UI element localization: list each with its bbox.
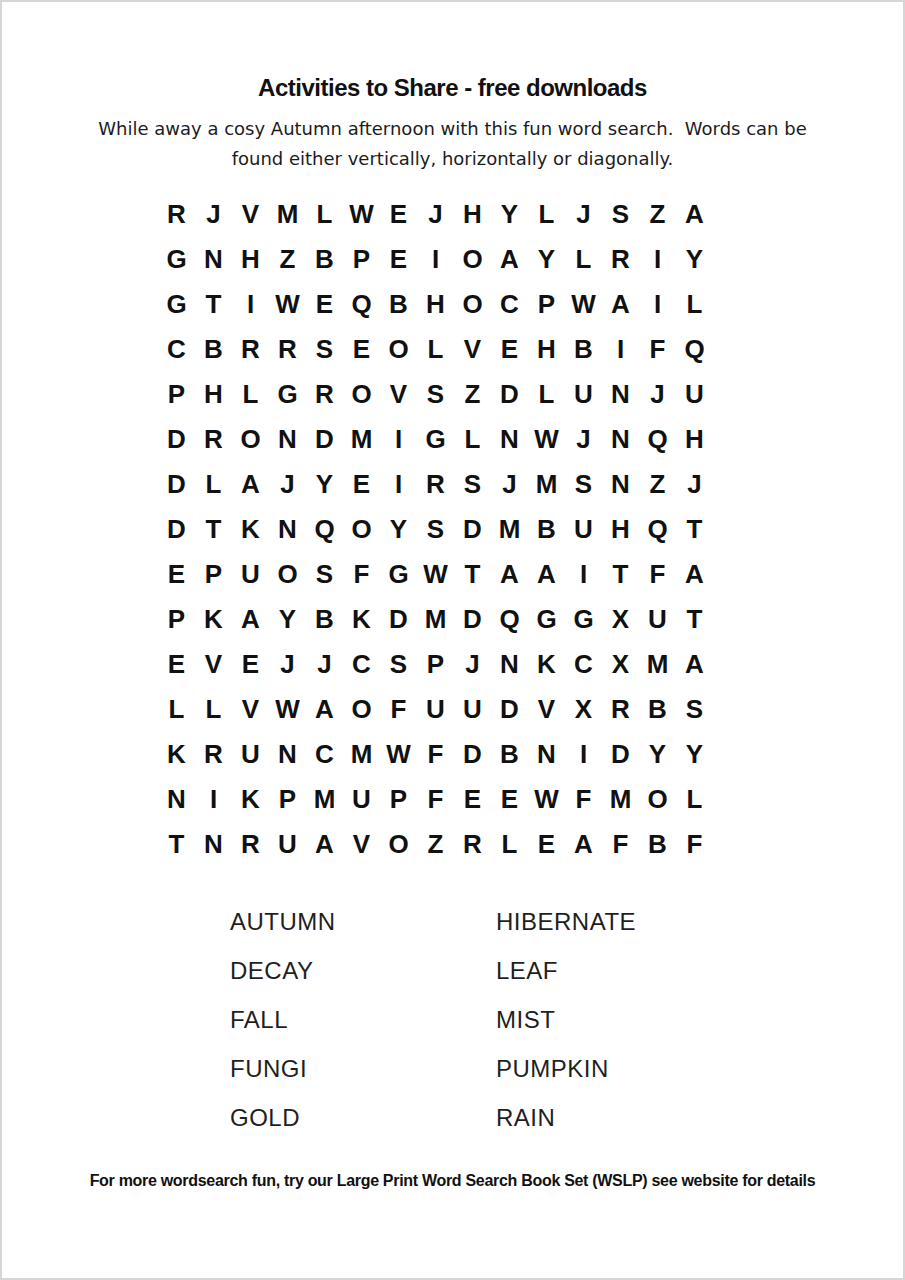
word-list-item: FUNGI [230, 1044, 496, 1093]
grid-cell-r9c12: I [565, 552, 602, 597]
grid-cell-r7c2: L [195, 462, 232, 507]
grid-cell-r5c13: N [602, 372, 639, 417]
word-list: AUTUMN DECAY FALL FUNGI GOLD HIBERNATE L… [2, 897, 903, 1142]
grid-cell-r3c15: L [676, 282, 713, 327]
grid-cell-r1c5: L [306, 192, 343, 237]
grid-cell-r9c7: G [380, 552, 417, 597]
grid-cell-r10c6: K [343, 597, 380, 642]
grid-cell-r15c15: F [676, 822, 713, 867]
grid-cell-r1c12: J [565, 192, 602, 237]
grid-cell-r11c5: J [306, 642, 343, 687]
grid-cell-r12c1: L [158, 687, 195, 732]
grid-cell-r6c11: W [528, 417, 565, 462]
grid-cell-r9c5: S [306, 552, 343, 597]
grid-cell-r15c13: F [602, 822, 639, 867]
grid-cell-r14c11: W [528, 777, 565, 822]
word-list-column-left: AUTUMN DECAY FALL FUNGI GOLD [230, 897, 496, 1142]
grid-cell-r6c13: N [602, 417, 639, 462]
grid-cell-r4c14: F [639, 327, 676, 372]
grid-cell-r5c15: U [676, 372, 713, 417]
grid-cell-r14c6: U [343, 777, 380, 822]
grid-cell-r13c13: D [602, 732, 639, 777]
grid-cell-r13c9: D [454, 732, 491, 777]
grid-cell-r7c6: E [343, 462, 380, 507]
grid-cell-r15c11: E [528, 822, 565, 867]
grid-cell-r8c1: D [158, 507, 195, 552]
grid-cell-r12c7: F [380, 687, 417, 732]
grid-cell-r13c1: K [158, 732, 195, 777]
grid-cell-r9c14: F [639, 552, 676, 597]
grid-cell-r7c15: J [676, 462, 713, 507]
grid-cell-r13c14: Y [639, 732, 676, 777]
grid-cell-r11c15: A [676, 642, 713, 687]
grid-cell-r11c6: C [343, 642, 380, 687]
grid-cell-r14c2: I [195, 777, 232, 822]
grid-cell-r15c5: A [306, 822, 343, 867]
page-title: Activities to Share - free downloads [2, 74, 903, 102]
grid-cell-r9c3: U [232, 552, 269, 597]
grid-cell-r5c9: Z [454, 372, 491, 417]
grid-cell-r6c2: R [195, 417, 232, 462]
grid-cell-r1c4: M [269, 192, 306, 237]
grid-cell-r15c8: Z [417, 822, 454, 867]
grid-cell-r6c9: L [454, 417, 491, 462]
grid-cell-r11c8: P [417, 642, 454, 687]
grid-cell-r15c14: B [639, 822, 676, 867]
grid-cell-r6c14: Q [639, 417, 676, 462]
grid-cell-r3c6: Q [343, 282, 380, 327]
grid-cell-r9c9: T [454, 552, 491, 597]
grid-cell-r4c4: R [269, 327, 306, 372]
grid-cell-r1c1: R [158, 192, 195, 237]
grid-cell-r4c3: R [232, 327, 269, 372]
grid-cell-r2c10: A [491, 237, 528, 282]
grid-cell-r2c4: Z [269, 237, 306, 282]
grid-cell-r2c15: Y [676, 237, 713, 282]
grid-cell-r4c9: V [454, 327, 491, 372]
grid-cell-r9c8: W [417, 552, 454, 597]
grid-cell-r7c1: D [158, 462, 195, 507]
grid-cell-r11c11: K [528, 642, 565, 687]
grid-cell-r6c6: M [343, 417, 380, 462]
grid-cell-r9c2: P [195, 552, 232, 597]
grid-cell-r4c15: Q [676, 327, 713, 372]
grid-cell-r6c3: O [232, 417, 269, 462]
grid-cell-r5c1: P [158, 372, 195, 417]
grid-cell-r11c10: N [491, 642, 528, 687]
word-list-item: LEAF [496, 946, 903, 995]
grid-cell-r15c2: N [195, 822, 232, 867]
grid-cell-r14c13: M [602, 777, 639, 822]
grid-cell-r14c4: P [269, 777, 306, 822]
grid-cell-r12c13: R [602, 687, 639, 732]
worksheet-page: Activities to Share - free downloads Whi… [0, 0, 905, 1280]
word-list-item: RAIN [496, 1093, 903, 1142]
grid-cell-r8c4: N [269, 507, 306, 552]
grid-cell-r13c3: U [232, 732, 269, 777]
word-list-column-right: HIBERNATE LEAF MIST PUMPKIN RAIN [496, 897, 903, 1142]
grid-cell-r6c15: H [676, 417, 713, 462]
grid-cell-r3c1: G [158, 282, 195, 327]
grid-cell-r8c7: Y [380, 507, 417, 552]
grid-cell-r4c13: I [602, 327, 639, 372]
grid-cell-r3c13: A [602, 282, 639, 327]
grid-cell-r14c15: L [676, 777, 713, 822]
grid-cell-r10c11: G [528, 597, 565, 642]
grid-cell-r11c3: E [232, 642, 269, 687]
grid-cell-r10c2: K [195, 597, 232, 642]
grid-cell-r2c1: G [158, 237, 195, 282]
grid-cell-r12c3: V [232, 687, 269, 732]
word-list-item: HIBERNATE [496, 897, 903, 946]
grid-cell-r7c8: R [417, 462, 454, 507]
grid-cell-r5c6: O [343, 372, 380, 417]
grid-cell-r9c6: F [343, 552, 380, 597]
grid-cell-r2c11: Y [528, 237, 565, 282]
grid-cell-r5c5: R [306, 372, 343, 417]
grid-cell-r4c2: B [195, 327, 232, 372]
grid-cell-r4c8: L [417, 327, 454, 372]
grid-cell-r5c8: S [417, 372, 454, 417]
grid-cell-r14c10: E [491, 777, 528, 822]
grid-cell-r7c12: S [565, 462, 602, 507]
grid-cell-r15c3: R [232, 822, 269, 867]
grid-cell-r10c7: D [380, 597, 417, 642]
grid-cell-r8c13: H [602, 507, 639, 552]
word-list-item: GOLD [230, 1093, 496, 1142]
grid-cell-r9c10: A [491, 552, 528, 597]
grid-cell-r13c4: N [269, 732, 306, 777]
grid-cell-r6c12: J [565, 417, 602, 462]
grid-cell-r1c8: J [417, 192, 454, 237]
grid-cell-r6c1: D [158, 417, 195, 462]
grid-cell-r12c12: X [565, 687, 602, 732]
grid-cell-r15c4: U [269, 822, 306, 867]
grid-cell-r15c12: A [565, 822, 602, 867]
grid-cell-r8c12: U [565, 507, 602, 552]
grid-cell-r12c11: V [528, 687, 565, 732]
grid-cell-r12c10: D [491, 687, 528, 732]
grid-cell-r5c12: U [565, 372, 602, 417]
grid-cell-r6c10: N [491, 417, 528, 462]
grid-cell-r12c5: A [306, 687, 343, 732]
grid-cell-r3c12: W [565, 282, 602, 327]
grid-cell-r1c3: V [232, 192, 269, 237]
grid-cell-r3c9: O [454, 282, 491, 327]
grid-cell-r10c9: D [454, 597, 491, 642]
grid-cell-r7c13: N [602, 462, 639, 507]
grid-cell-r9c4: O [269, 552, 306, 597]
grid-cell-r5c11: L [528, 372, 565, 417]
grid-cell-r13c6: M [343, 732, 380, 777]
grid-cell-r6c8: G [417, 417, 454, 462]
grid-cell-r7c14: Z [639, 462, 676, 507]
grid-cell-r1c13: S [602, 192, 639, 237]
grid-cell-r7c11: M [528, 462, 565, 507]
grid-cell-r10c14: U [639, 597, 676, 642]
grid-cell-r7c10: J [491, 462, 528, 507]
grid-cell-r12c15: S [676, 687, 713, 732]
grid-cell-r10c1: P [158, 597, 195, 642]
grid-cell-r4c10: E [491, 327, 528, 372]
grid-cell-r14c7: P [380, 777, 417, 822]
grid-cell-r9c15: A [676, 552, 713, 597]
grid-cell-r2c7: E [380, 237, 417, 282]
grid-cell-r8c15: T [676, 507, 713, 552]
grid-cell-r2c2: N [195, 237, 232, 282]
instructions-line-1: While away a cosy Autumn afternoon with … [2, 114, 903, 144]
grid-cell-r8c14: Q [639, 507, 676, 552]
grid-cell-r3c2: T [195, 282, 232, 327]
grid-cell-r14c5: M [306, 777, 343, 822]
grid-cell-r3c8: H [417, 282, 454, 327]
grid-cell-r15c7: O [380, 822, 417, 867]
grid-cell-r2c8: I [417, 237, 454, 282]
grid-cell-r8c5: Q [306, 507, 343, 552]
grid-cell-r5c7: V [380, 372, 417, 417]
grid-cell-r15c9: R [454, 822, 491, 867]
footer-note: For more wordsearch fun, try our Large P… [2, 1172, 903, 1190]
grid-cell-r3c5: E [306, 282, 343, 327]
grid-cell-r10c8: M [417, 597, 454, 642]
grid-cell-r4c7: O [380, 327, 417, 372]
grid-cell-r13c12: I [565, 732, 602, 777]
grid-cell-r6c5: D [306, 417, 343, 462]
grid-cell-r12c2: L [195, 687, 232, 732]
grid-cell-r11c9: J [454, 642, 491, 687]
grid-cell-r13c8: F [417, 732, 454, 777]
grid-cell-r6c4: N [269, 417, 306, 462]
grid-cell-r12c6: O [343, 687, 380, 732]
grid-cell-r5c14: J [639, 372, 676, 417]
grid-cell-r11c1: E [158, 642, 195, 687]
grid-cell-r3c14: I [639, 282, 676, 327]
grid-cell-r12c4: W [269, 687, 306, 732]
instructions: While away a cosy Autumn afternoon with … [2, 114, 903, 174]
grid-cell-r3c7: B [380, 282, 417, 327]
grid-cell-r15c1: T [158, 822, 195, 867]
grid-cell-r13c2: R [195, 732, 232, 777]
word-list-item: DECAY [230, 946, 496, 995]
grid-cell-r14c14: O [639, 777, 676, 822]
grid-cell-r14c3: K [232, 777, 269, 822]
grid-cell-r11c4: J [269, 642, 306, 687]
word-list-item: FALL [230, 995, 496, 1044]
grid-cell-r11c2: V [195, 642, 232, 687]
grid-cell-r1c11: L [528, 192, 565, 237]
grid-cell-r8c11: B [528, 507, 565, 552]
word-list-item: AUTUMN [230, 897, 496, 946]
grid-cell-r10c10: Q [491, 597, 528, 642]
instructions-line-2: found either vertically, horizontally or… [2, 144, 903, 174]
grid-cell-r2c14: I [639, 237, 676, 282]
grid-cell-r9c13: T [602, 552, 639, 597]
grid-cell-r4c1: C [158, 327, 195, 372]
grid-cell-r5c4: G [269, 372, 306, 417]
grid-cell-r2c9: O [454, 237, 491, 282]
grid-cell-r3c11: P [528, 282, 565, 327]
grid-cell-r8c9: D [454, 507, 491, 552]
grid-cell-r1c6: W [343, 192, 380, 237]
grid-cell-r10c15: T [676, 597, 713, 642]
grid-cell-r8c3: K [232, 507, 269, 552]
grid-cell-r4c11: H [528, 327, 565, 372]
grid-cell-r12c8: U [417, 687, 454, 732]
grid-cell-r2c5: B [306, 237, 343, 282]
grid-cell-r1c2: J [195, 192, 232, 237]
grid-cell-r2c12: L [565, 237, 602, 282]
grid-cell-r10c12: G [565, 597, 602, 642]
grid-cell-r9c1: E [158, 552, 195, 597]
grid-cell-r3c3: I [232, 282, 269, 327]
grid-cell-r8c8: S [417, 507, 454, 552]
grid-cell-r7c7: I [380, 462, 417, 507]
word-list-item: MIST [496, 995, 903, 1044]
grid-cell-r1c7: E [380, 192, 417, 237]
grid-cell-r11c7: S [380, 642, 417, 687]
grid-cell-r7c3: A [232, 462, 269, 507]
grid-cell-r11c12: C [565, 642, 602, 687]
grid-cell-r12c14: B [639, 687, 676, 732]
grid-cell-r5c2: H [195, 372, 232, 417]
grid-cell-r8c2: T [195, 507, 232, 552]
grid-cell-r13c11: N [528, 732, 565, 777]
grid-cell-r10c5: B [306, 597, 343, 642]
grid-cell-r10c3: A [232, 597, 269, 642]
grid-cell-r13c5: C [306, 732, 343, 777]
grid-cell-r4c12: B [565, 327, 602, 372]
grid-cell-r1c9: H [454, 192, 491, 237]
grid-cell-r3c4: W [269, 282, 306, 327]
grid-cell-r13c7: W [380, 732, 417, 777]
word-list-item: PUMPKIN [496, 1044, 903, 1093]
grid-cell-r12c9: U [454, 687, 491, 732]
grid-cell-r15c10: L [491, 822, 528, 867]
grid-cell-r2c3: H [232, 237, 269, 282]
grid-cell-r8c10: M [491, 507, 528, 552]
grid-cell-r1c10: Y [491, 192, 528, 237]
grid-cell-r10c13: X [602, 597, 639, 642]
grid-cell-r2c6: P [343, 237, 380, 282]
grid-cell-r11c13: X [602, 642, 639, 687]
grid-cell-r7c5: Y [306, 462, 343, 507]
grid-cell-r5c10: D [491, 372, 528, 417]
grid-cell-r8c6: O [343, 507, 380, 552]
grid-cell-r10c4: Y [269, 597, 306, 642]
grid-cell-r1c15: A [676, 192, 713, 237]
grid-cell-r14c9: E [454, 777, 491, 822]
grid-cell-r4c5: S [306, 327, 343, 372]
wordsearch-grid: RJVMLWEJHYLJSZAGNHZBPEIOAYLRIYGTIWEQBHOC… [158, 192, 713, 867]
grid-cell-r14c1: N [158, 777, 195, 822]
grid-cell-r11c14: M [639, 642, 676, 687]
grid-cell-r13c10: B [491, 732, 528, 777]
grid-cell-r15c6: V [343, 822, 380, 867]
grid-cell-r1c14: Z [639, 192, 676, 237]
grid-cell-r2c13: R [602, 237, 639, 282]
grid-cell-r6c7: I [380, 417, 417, 462]
grid-cell-r14c8: F [417, 777, 454, 822]
grid-cell-r7c9: S [454, 462, 491, 507]
grid-cell-r5c3: L [232, 372, 269, 417]
grid-cell-r3c10: C [491, 282, 528, 327]
grid-cell-r9c11: A [528, 552, 565, 597]
grid-cell-r13c15: Y [676, 732, 713, 777]
grid-cell-r7c4: J [269, 462, 306, 507]
grid-cell-r4c6: E [343, 327, 380, 372]
grid-cell-r14c12: F [565, 777, 602, 822]
